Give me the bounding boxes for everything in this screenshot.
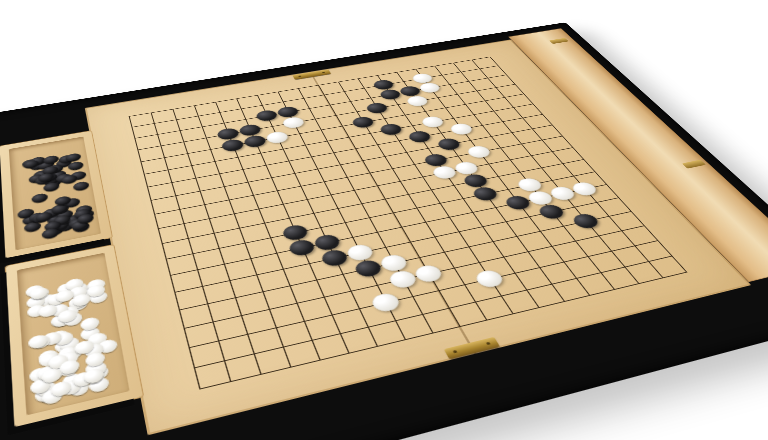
- black-tray-stone[interactable]: [64, 214, 82, 226]
- black-tray-stone[interactable]: [72, 181, 89, 192]
- black-tray-stone[interactable]: [32, 193, 49, 204]
- black-stone[interactable]: [243, 134, 268, 148]
- white-stone[interactable]: [265, 131, 290, 145]
- black-tray-stone[interactable]: [71, 219, 89, 231]
- black-stone[interactable]: [435, 137, 462, 151]
- black-tray-stone[interactable]: [72, 221, 90, 233]
- white-stone[interactable]: [281, 116, 306, 129]
- white-tray-stone[interactable]: [30, 334, 50, 350]
- black-tray-stone[interactable]: [74, 208, 92, 220]
- white-stone[interactable]: [420, 115, 446, 128]
- black-stone[interactable]: [365, 102, 390, 115]
- white-tray-stone[interactable]: [50, 380, 72, 398]
- open-go-box: [0, 25, 768, 440]
- black-stone[interactable]: [220, 138, 245, 152]
- black-stone[interactable]: [350, 116, 375, 129]
- go-set-scene: [0, 0, 768, 440]
- white-tray-stone[interactable]: [84, 360, 105, 377]
- white-stone[interactable]: [412, 264, 444, 284]
- brass-clasp-top-icon: [549, 38, 569, 44]
- white-stone[interactable]: [405, 95, 430, 107]
- black-stone[interactable]: [255, 109, 279, 122]
- black-tray-stone[interactable]: [45, 220, 63, 232]
- white-tray-stone[interactable]: [34, 386, 56, 404]
- white-stone[interactable]: [473, 269, 506, 290]
- white-stone[interactable]: [417, 82, 442, 94]
- black-stone[interactable]: [406, 130, 433, 144]
- white-stone[interactable]: [448, 122, 475, 136]
- black-stone[interactable]: [471, 186, 501, 202]
- black-tray-stone[interactable]: [56, 220, 74, 232]
- white-stone[interactable]: [465, 145, 493, 160]
- black-stone[interactable]: [378, 123, 404, 137]
- white-tray-stone[interactable]: [73, 370, 95, 388]
- black-tray-stone[interactable]: [53, 214, 71, 226]
